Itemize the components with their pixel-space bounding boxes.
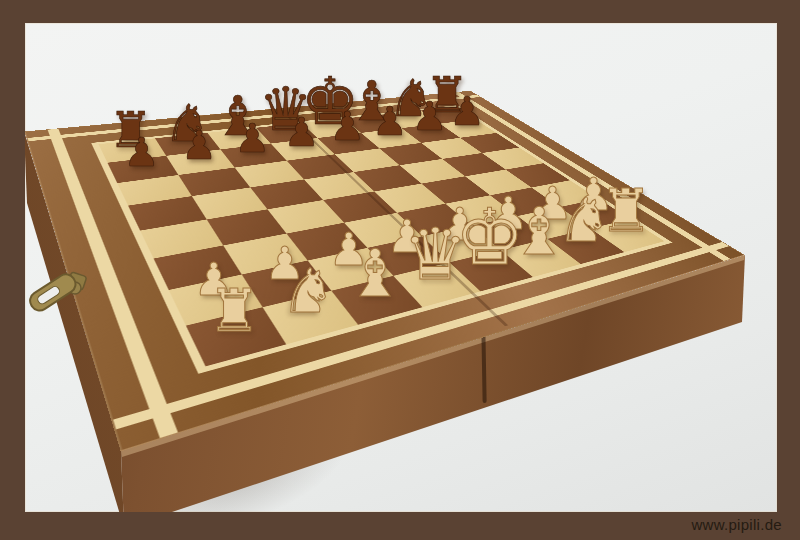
- photo-background: ♜♞♝♛♚♝♞♜♟♟♟♟♟♟♟♟♟♟♟♟♟♟♟♟♜♞♝♛♚♝♞♜: [25, 23, 777, 512]
- scene: ♜♞♝♛♚♝♞♜♟♟♟♟♟♟♟♟♟♟♟♟♟♟♟♟♜♞♝♛♚♝♞♜: [25, 23, 777, 512]
- brass-clasp-icon: [25, 252, 105, 342]
- watermark: www.pipili.de: [691, 516, 782, 533]
- photo-frame: ♜♞♝♛♚♝♞♜♟♟♟♟♟♟♟♟♟♟♟♟♟♟♟♟♜♞♝♛♚♝♞♜ www.pip…: [0, 0, 800, 540]
